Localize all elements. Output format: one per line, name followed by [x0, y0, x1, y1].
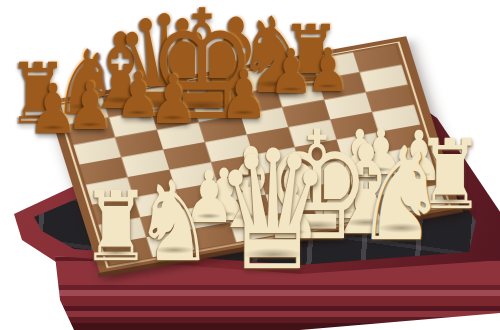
- chess-set-product-photo: ♜♞♟♟♝♝♟♛♚♞♟♟♜♟♟♟♟♟♟♜♟♟♟♝♝♚♞♟♞♜♛: [0, 0, 500, 330]
